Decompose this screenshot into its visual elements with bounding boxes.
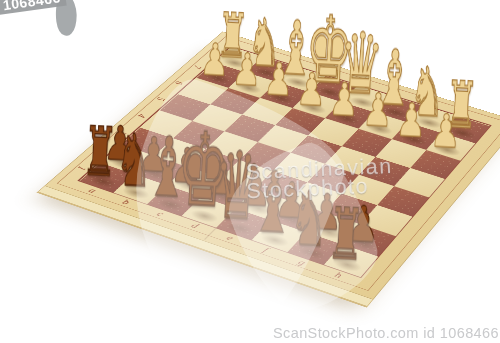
- watermark-brand-text: Scandinavian Stockphoto: [245, 157, 394, 200]
- watermark-id-number: 1068466: [2, 0, 62, 13]
- stock-photo-canvas: ♜♞♝♚♛♝♞♜♟♟♟♟♟♟♟♟♟♟♟♟♟♟♟♟♜♞♝♚♛♝♞♜abcdefgh…: [0, 0, 500, 343]
- watermark-footer-text: ScanStockPhoto.com id 1068466: [273, 325, 499, 341]
- piece-light-pawn[interactable]: ♟: [388, 105, 500, 157]
